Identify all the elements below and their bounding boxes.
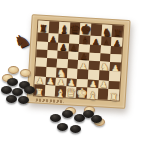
square-c8: ♝	[59, 22, 70, 34]
square-d8: ♛	[69, 22, 80, 34]
piece-light-k: ♚	[76, 86, 88, 99]
square-e1: ♚	[76, 86, 88, 98]
square-h8: ♜	[112, 25, 123, 37]
piece-light-r: ♜	[35, 87, 44, 97]
square-h1: ♜	[108, 88, 119, 100]
square-d1: ♛	[65, 86, 76, 98]
black-draughts-piece	[7, 78, 18, 86]
chess-board: ♜♝♛♚♞♜♟♝♟♟♟♟♟♟♟♞♟♞♟♟♟♟♟♟♜♝♛♚♝♜	[33, 19, 125, 101]
black-draughts-piece	[18, 96, 29, 104]
square-b8	[48, 21, 59, 33]
black-draughts-piece	[6, 95, 17, 103]
board-makers-print	[36, 98, 64, 102]
natural-draughts-piece	[8, 66, 19, 74]
square-a1: ♜	[34, 84, 45, 96]
black-draughts-piece	[1, 86, 12, 94]
piece-light-r: ♜	[109, 91, 118, 101]
square-g1	[98, 88, 109, 100]
black-draughts-piece	[62, 110, 73, 118]
square-f1: ♝	[87, 87, 98, 99]
square-f8	[91, 24, 102, 36]
black-draughts-piece	[91, 115, 102, 123]
square-a8: ♜	[38, 20, 49, 32]
black-draughts-piece	[57, 123, 68, 131]
square-e8: ♚	[80, 23, 92, 35]
square-g8: ♞	[102, 24, 113, 36]
black-draughts-piece	[24, 86, 35, 94]
natural-draughts-piece	[20, 69, 31, 77]
black-draughts-piece	[70, 125, 81, 133]
black-draughts-piece	[50, 114, 61, 122]
chess-board-frame: ♜♝♛♚♞♜♟♝♟♟♟♟♟♟♟♞♟♞♟♟♟♟♟♟♜♝♛♚♝♜	[26, 14, 130, 109]
square-c1: ♝	[55, 85, 66, 97]
piece-light-q: ♛	[65, 87, 76, 99]
piece-light-b: ♝	[88, 89, 98, 100]
product-photo-stage: ♞ ♜♝♛♚♞♜♟♝♟♟♟♟♟♟♟♞♟♞♟♟♟♟♟♟♜♝♛♚♝♜	[0, 0, 150, 150]
square-b1	[44, 85, 55, 97]
piece-light-b: ♝	[55, 87, 65, 98]
